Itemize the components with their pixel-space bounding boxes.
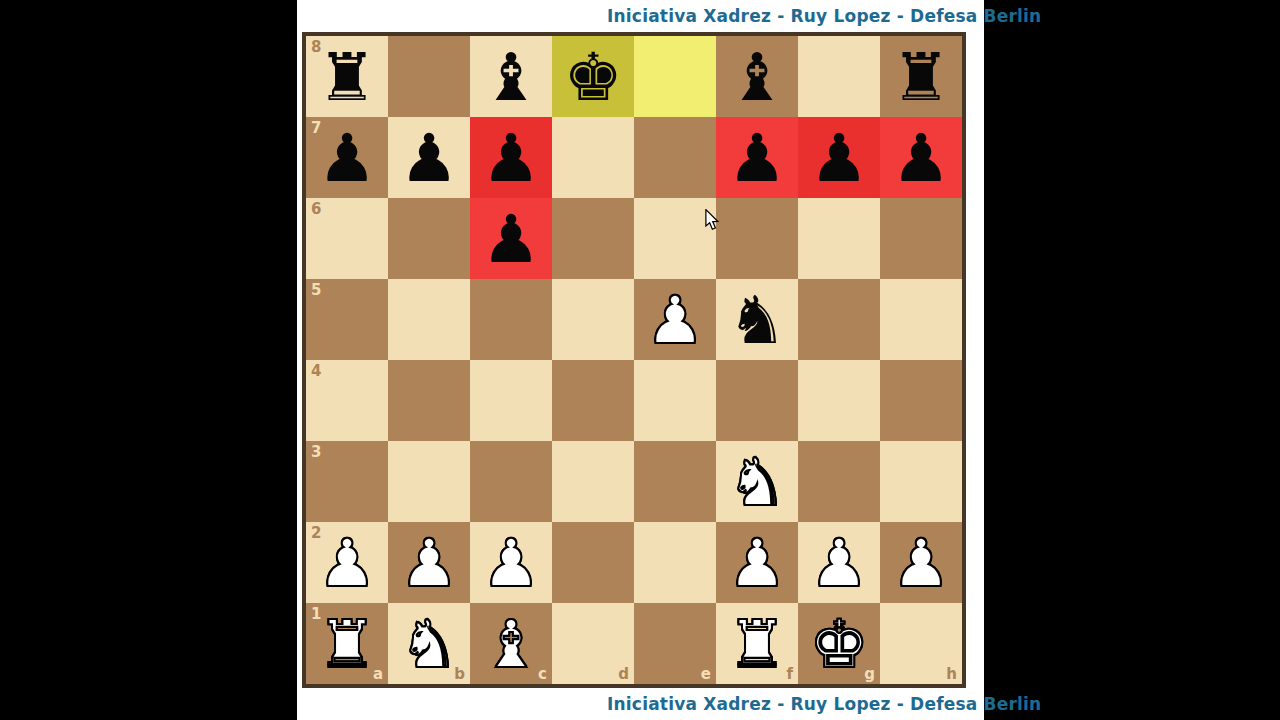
- square-h2[interactable]: ♟: [880, 522, 962, 603]
- square-e7[interactable]: [634, 117, 716, 198]
- square-c4[interactable]: [470, 360, 552, 441]
- square-c5[interactable]: [470, 279, 552, 360]
- square-g7[interactable]: ♟: [798, 117, 880, 198]
- file-label-h: h: [946, 665, 957, 683]
- piece-white-knight: ♞: [716, 441, 798, 522]
- chess-board: ♜8♝♚♝♜♟7♟♟♟♟♟6♟5♟♞43♞♟2♟♟♟♟♟♜1a♞b♝cde♜f♚…: [302, 32, 966, 688]
- piece-black-king: ♚: [552, 36, 634, 117]
- square-c7[interactable]: ♟: [470, 117, 552, 198]
- square-a6[interactable]: 6: [306, 198, 388, 279]
- piece-black-pawn: ♟: [388, 117, 470, 198]
- square-c3[interactable]: [470, 441, 552, 522]
- video-frame: Iniciativa Xadrez - Ruy Lopez - Defesa B…: [0, 0, 1280, 720]
- file-label-c: c: [538, 665, 547, 683]
- square-b1[interactable]: ♞b: [388, 603, 470, 684]
- square-f6[interactable]: [716, 198, 798, 279]
- square-g4[interactable]: [798, 360, 880, 441]
- square-b5[interactable]: [388, 279, 470, 360]
- piece-white-pawn: ♟: [798, 522, 880, 603]
- piece-black-pawn: ♟: [470, 198, 552, 279]
- piece-black-pawn: ♟: [798, 117, 880, 198]
- square-d1[interactable]: d: [552, 603, 634, 684]
- square-f7[interactable]: ♟: [716, 117, 798, 198]
- square-g8[interactable]: [798, 36, 880, 117]
- file-label-a: a: [373, 665, 383, 683]
- piece-black-knight: ♞: [716, 279, 798, 360]
- rank-label-1: 1: [311, 605, 321, 623]
- square-e3[interactable]: [634, 441, 716, 522]
- square-e4[interactable]: [634, 360, 716, 441]
- square-d3[interactable]: [552, 441, 634, 522]
- square-g6[interactable]: [798, 198, 880, 279]
- file-label-e: e: [701, 665, 711, 683]
- rank-label-4: 4: [311, 362, 321, 380]
- piece-white-pawn: ♟: [388, 522, 470, 603]
- square-g5[interactable]: [798, 279, 880, 360]
- square-e8[interactable]: [634, 36, 716, 117]
- square-b2[interactable]: ♟: [388, 522, 470, 603]
- square-b6[interactable]: [388, 198, 470, 279]
- square-f8[interactable]: ♝: [716, 36, 798, 117]
- square-e5[interactable]: ♟: [634, 279, 716, 360]
- square-b3[interactable]: [388, 441, 470, 522]
- square-h8[interactable]: ♜: [880, 36, 962, 117]
- square-d7[interactable]: [552, 117, 634, 198]
- square-c1[interactable]: ♝c: [470, 603, 552, 684]
- square-f2[interactable]: ♟: [716, 522, 798, 603]
- piece-white-pawn: ♟: [716, 522, 798, 603]
- square-b8[interactable]: [388, 36, 470, 117]
- piece-black-pawn: ♟: [470, 117, 552, 198]
- piece-black-rook: ♜: [880, 36, 962, 117]
- square-h7[interactable]: ♟: [880, 117, 962, 198]
- square-c6[interactable]: ♟: [470, 198, 552, 279]
- square-b4[interactable]: [388, 360, 470, 441]
- piece-black-bishop: ♝: [470, 36, 552, 117]
- page-footer-title: Iniciativa Xadrez - Ruy Lopez - Defesa B…: [607, 694, 1041, 714]
- square-d6[interactable]: [552, 198, 634, 279]
- file-label-f: f: [786, 665, 793, 683]
- square-c8[interactable]: ♝: [470, 36, 552, 117]
- square-h4[interactable]: [880, 360, 962, 441]
- square-h1[interactable]: h: [880, 603, 962, 684]
- file-label-b: b: [454, 665, 465, 683]
- square-b7[interactable]: ♟: [388, 117, 470, 198]
- square-e1[interactable]: e: [634, 603, 716, 684]
- square-a4[interactable]: 4: [306, 360, 388, 441]
- square-d8[interactable]: ♚: [552, 36, 634, 117]
- square-g3[interactable]: [798, 441, 880, 522]
- square-f3[interactable]: ♞: [716, 441, 798, 522]
- file-label-d: d: [618, 665, 629, 683]
- square-h5[interactable]: [880, 279, 962, 360]
- square-e2[interactable]: [634, 522, 716, 603]
- square-f4[interactable]: [716, 360, 798, 441]
- piece-black-pawn: ♟: [880, 117, 962, 198]
- rank-label-2: 2: [311, 524, 321, 542]
- rank-label-8: 8: [311, 38, 321, 56]
- square-a1[interactable]: ♜1a: [306, 603, 388, 684]
- piece-black-bishop: ♝: [716, 36, 798, 117]
- square-d2[interactable]: [552, 522, 634, 603]
- rank-label-6: 6: [311, 200, 321, 218]
- square-a8[interactable]: ♜8: [306, 36, 388, 117]
- rank-label-7: 7: [311, 119, 321, 137]
- rank-label-5: 5: [311, 281, 321, 299]
- piece-white-pawn: ♟: [880, 522, 962, 603]
- square-a7[interactable]: ♟7: [306, 117, 388, 198]
- square-g1[interactable]: ♚g: [798, 603, 880, 684]
- rank-label-3: 3: [311, 443, 321, 461]
- square-f1[interactable]: ♜f: [716, 603, 798, 684]
- file-label-g: g: [864, 665, 875, 683]
- piece-white-pawn: ♟: [634, 279, 716, 360]
- square-d4[interactable]: [552, 360, 634, 441]
- page-title: Iniciativa Xadrez - Ruy Lopez - Defesa B…: [607, 6, 1041, 26]
- square-c2[interactable]: ♟: [470, 522, 552, 603]
- mouse-cursor-icon: [704, 209, 720, 231]
- piece-white-pawn: ♟: [470, 522, 552, 603]
- square-g2[interactable]: ♟: [798, 522, 880, 603]
- piece-black-pawn: ♟: [716, 117, 798, 198]
- square-h3[interactable]: [880, 441, 962, 522]
- square-h6[interactable]: [880, 198, 962, 279]
- square-d5[interactable]: [552, 279, 634, 360]
- square-a5[interactable]: 5: [306, 279, 388, 360]
- square-a2[interactable]: ♟2: [306, 522, 388, 603]
- square-a3[interactable]: 3: [306, 441, 388, 522]
- square-f5[interactable]: ♞: [716, 279, 798, 360]
